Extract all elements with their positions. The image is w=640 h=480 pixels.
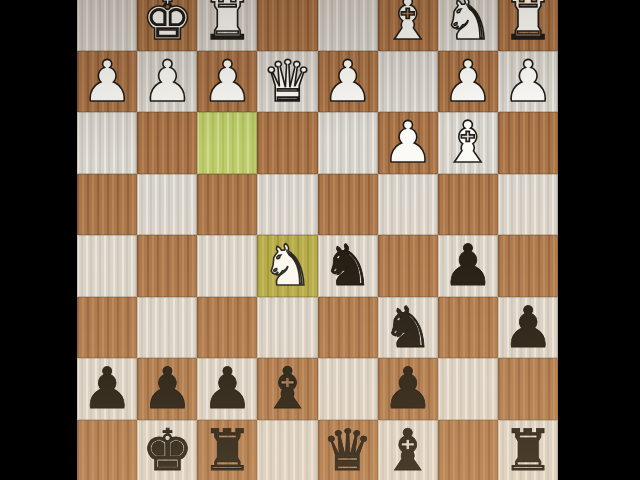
- square-g5[interactable]: [137, 235, 197, 297]
- square-g6[interactable]: [137, 297, 197, 359]
- piece-white-rook-a1[interactable]: ♜: [502, 0, 553, 48]
- square-b8[interactable]: [438, 420, 498, 480]
- piece-black-knight-d5[interactable]: ♞: [322, 237, 373, 294]
- square-h6[interactable]: [77, 297, 137, 359]
- square-e7[interactable]: ♝: [257, 358, 317, 420]
- square-h2[interactable]: ♟: [77, 51, 137, 113]
- square-e2[interactable]: ♛: [257, 51, 317, 113]
- square-a4[interactable]: [498, 174, 558, 236]
- piece-white-pawn-h2[interactable]: ♟: [82, 53, 133, 110]
- piece-white-bishop-c1[interactable]: ♝: [382, 0, 433, 48]
- square-d3[interactable]: [318, 112, 378, 174]
- square-b6[interactable]: [438, 297, 498, 359]
- piece-white-rook-f1[interactable]: ♜: [202, 0, 253, 48]
- piece-white-pawn-c3[interactable]: ♟: [382, 114, 433, 171]
- piece-white-pawn-g2[interactable]: ♟: [142, 53, 193, 110]
- piece-black-pawn-c7[interactable]: ♟: [382, 360, 433, 417]
- piece-black-pawn-h7[interactable]: ♟: [82, 360, 133, 417]
- square-e3[interactable]: [257, 112, 317, 174]
- piece-white-pawn-d2[interactable]: ♟: [322, 53, 373, 110]
- piece-white-pawn-f2[interactable]: ♟: [202, 53, 253, 110]
- square-h4[interactable]: [77, 174, 137, 236]
- square-e5[interactable]: ♞: [257, 235, 317, 297]
- piece-white-pawn-a2[interactable]: ♟: [502, 53, 553, 110]
- square-f3[interactable]: [197, 112, 257, 174]
- square-b2[interactable]: ♟: [438, 51, 498, 113]
- square-f7[interactable]: ♟: [197, 358, 257, 420]
- piece-black-queen-d8[interactable]: ♛: [322, 422, 373, 479]
- square-a3[interactable]: [498, 112, 558, 174]
- square-h7[interactable]: ♟: [77, 358, 137, 420]
- square-a6[interactable]: ♟: [498, 297, 558, 359]
- piece-black-knight-c6[interactable]: ♞: [382, 299, 433, 356]
- square-c2[interactable]: [378, 51, 438, 113]
- square-d7[interactable]: [318, 358, 378, 420]
- square-d5[interactable]: ♞: [318, 235, 378, 297]
- square-a8[interactable]: ♜: [498, 420, 558, 480]
- piece-white-knight-e5[interactable]: ♞: [262, 237, 313, 294]
- piece-black-rook-a8[interactable]: ♜: [502, 422, 553, 479]
- square-h1[interactable]: [77, 0, 137, 51]
- square-f2[interactable]: ♟: [197, 51, 257, 113]
- square-e4[interactable]: [257, 174, 317, 236]
- square-b5[interactable]: ♟: [438, 235, 498, 297]
- square-b4[interactable]: [438, 174, 498, 236]
- square-c5[interactable]: [378, 235, 438, 297]
- square-d2[interactable]: ♟: [318, 51, 378, 113]
- square-g2[interactable]: ♟: [137, 51, 197, 113]
- square-c7[interactable]: ♟: [378, 358, 438, 420]
- piece-black-rook-f8[interactable]: ♜: [202, 422, 253, 479]
- piece-black-bishop-e7[interactable]: ♝: [262, 360, 313, 417]
- square-d4[interactable]: [318, 174, 378, 236]
- square-a5[interactable]: [498, 235, 558, 297]
- piece-black-pawn-g7[interactable]: ♟: [142, 360, 193, 417]
- square-f6[interactable]: [197, 297, 257, 359]
- piece-white-bishop-b3[interactable]: ♝: [442, 114, 493, 171]
- square-f4[interactable]: [197, 174, 257, 236]
- square-b7[interactable]: [438, 358, 498, 420]
- square-f5[interactable]: [197, 235, 257, 297]
- piece-black-bishop-c8[interactable]: ♝: [382, 422, 433, 479]
- square-b3[interactable]: ♝: [438, 112, 498, 174]
- chess-board[interactable]: ♚♜♝♞♜♟♟♟♛♟♟♟♟♝♞♞♟♞♟♟♟♟♝♟♚♜♛♝♜: [77, 0, 558, 480]
- square-e1[interactable]: [257, 0, 317, 51]
- square-e6[interactable]: [257, 297, 317, 359]
- square-d6[interactable]: [318, 297, 378, 359]
- square-h3[interactable]: [77, 112, 137, 174]
- piece-white-king-g1[interactable]: ♚: [142, 0, 193, 48]
- square-g4[interactable]: [137, 174, 197, 236]
- square-g1[interactable]: ♚: [137, 0, 197, 51]
- piece-white-queen-e2[interactable]: ♛: [262, 53, 313, 110]
- square-c1[interactable]: ♝: [378, 0, 438, 51]
- piece-black-pawn-b5[interactable]: ♟: [442, 237, 493, 294]
- right-letterbox-bar: [558, 0, 640, 480]
- square-c3[interactable]: ♟: [378, 112, 438, 174]
- square-e8[interactable]: [257, 420, 317, 480]
- square-a2[interactable]: ♟: [498, 51, 558, 113]
- piece-black-pawn-a6[interactable]: ♟: [502, 299, 553, 356]
- square-b1[interactable]: ♞: [438, 0, 498, 51]
- left-letterbox-bar: [0, 0, 77, 480]
- piece-black-king-g8[interactable]: ♚: [142, 422, 193, 479]
- square-a1[interactable]: ♜: [498, 0, 558, 51]
- square-a7[interactable]: [498, 358, 558, 420]
- square-g7[interactable]: ♟: [137, 358, 197, 420]
- piece-black-pawn-f7[interactable]: ♟: [202, 360, 253, 417]
- square-g3[interactable]: [137, 112, 197, 174]
- square-g8[interactable]: ♚: [137, 420, 197, 480]
- square-f8[interactable]: ♜: [197, 420, 257, 480]
- square-d8[interactable]: ♛: [318, 420, 378, 480]
- square-f1[interactable]: ♜: [197, 0, 257, 51]
- square-c6[interactable]: ♞: [378, 297, 438, 359]
- piece-white-pawn-b2[interactable]: ♟: [442, 53, 493, 110]
- square-h5[interactable]: [77, 235, 137, 297]
- square-c4[interactable]: [378, 174, 438, 236]
- piece-white-knight-b1[interactable]: ♞: [442, 0, 493, 48]
- square-c8[interactable]: ♝: [378, 420, 438, 480]
- square-h8[interactable]: [77, 420, 137, 480]
- square-d1[interactable]: [318, 0, 378, 51]
- video-frame: ♚♜♝♞♜♟♟♟♛♟♟♟♟♝♞♞♟♞♟♟♟♟♝♟♚♜♛♝♜: [0, 0, 640, 480]
